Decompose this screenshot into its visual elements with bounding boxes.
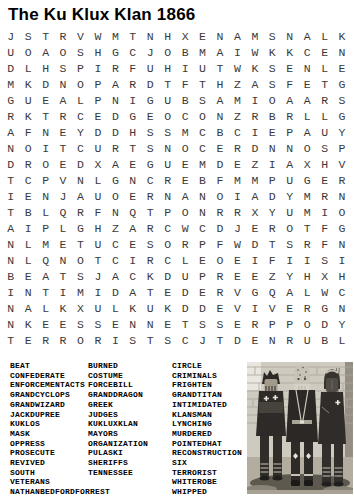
grid-cell: I (264, 157, 281, 173)
grid-cell: M (298, 189, 315, 205)
grid-cell: O (159, 45, 176, 61)
grid-cell: P (281, 317, 298, 333)
grid-cell: L (316, 29, 333, 45)
grid-cell: A (281, 157, 298, 173)
grid-cell: S (316, 141, 333, 157)
grid-cell: N (264, 141, 281, 157)
grid-cell: P (159, 205, 176, 221)
grid-cell: A (37, 45, 54, 61)
grid-cell: N (159, 189, 176, 205)
grid-cell: L (54, 221, 71, 237)
grid-cell: P (89, 77, 106, 93)
word-list-item: SIX (172, 458, 242, 468)
word-list-item: MAYORS (88, 429, 148, 439)
grid-cell: E (89, 109, 106, 125)
grid-cell: T (142, 205, 159, 221)
grid-cell: A (281, 285, 298, 301)
grid-cell: S (159, 125, 176, 141)
grid-cell: D (194, 301, 211, 317)
grid-cell: G (333, 109, 350, 125)
grid-cell: E (316, 173, 333, 189)
grid-cell: M (194, 157, 211, 173)
grid-cell: Z (246, 157, 263, 173)
grid-cell: T (72, 237, 89, 253)
grid-cell: Z (229, 77, 246, 93)
grid-cell: T (176, 317, 193, 333)
grid-cell: D (2, 61, 19, 77)
grid-cell: F (211, 173, 228, 189)
grid-cell: E (229, 269, 246, 285)
grid-cell: M (37, 237, 54, 253)
worksheet-page: The Ku Klux Klan 1866 JSTRVWMTNHXENAMSNA… (0, 0, 354, 500)
grid-cell: O (211, 253, 228, 269)
grid-cell: M (194, 45, 211, 61)
grid-cell: D (264, 189, 281, 205)
grid-cell: C (194, 125, 211, 141)
grid-cell: E (246, 333, 263, 349)
grid-cell: B (2, 269, 19, 285)
grid-cell: T (124, 141, 141, 157)
grid-cell: P (194, 237, 211, 253)
grid-cell: D (159, 269, 176, 285)
word-list-item: RECONSTRUCTION (172, 448, 242, 458)
grid-cell: N (2, 301, 19, 317)
grid-cell: Y (333, 125, 350, 141)
grid-cell: O (107, 189, 124, 205)
grid-cell: S (124, 333, 141, 349)
grid-cell: B (176, 93, 193, 109)
word-list-item: COSTUME (88, 371, 148, 381)
grid-cell: S (89, 317, 106, 333)
grid-cell: O (54, 45, 71, 61)
grid-cell: R (246, 109, 263, 125)
grid-cell: H (298, 269, 315, 285)
grid-cell: U (159, 157, 176, 173)
word-list-item: FORCEBILL (88, 380, 148, 390)
grid-cell: C (229, 125, 246, 141)
grid-cell: H (124, 125, 141, 141)
grid-cell: N (72, 173, 89, 189)
grid-cell: K (124, 301, 141, 317)
grid-cell: O (264, 93, 281, 109)
grid-cell: S (316, 253, 333, 269)
grid-cell: N (159, 141, 176, 157)
grid-cell: Z (107, 221, 124, 237)
grid-cell: K (19, 109, 36, 125)
grid-cell: M (176, 125, 193, 141)
grid-cell: W (229, 61, 246, 77)
grid-cell: I (54, 285, 71, 301)
grid-cell: K (19, 317, 36, 333)
grid-cell: E (19, 189, 36, 205)
grid-cell: N (54, 253, 71, 269)
grid-cell: U (194, 61, 211, 77)
grid-cell: M (246, 29, 263, 45)
grid-cell: U (19, 93, 36, 109)
grid-cell: C (159, 221, 176, 237)
grid-cell: B (316, 333, 333, 349)
grid-cell: A (211, 93, 228, 109)
word-list-item: PULASKI (88, 448, 148, 458)
grid-cell: L (37, 205, 54, 221)
grid-cell: F (281, 77, 298, 93)
grid-cell: N (194, 205, 211, 221)
grid-cell: E (54, 157, 71, 173)
grid-cell: I (37, 141, 54, 157)
grid-cell: N (194, 189, 211, 205)
klansmen-illustration (247, 362, 353, 494)
grid-cell: S (142, 141, 159, 157)
grid-cell: T (2, 333, 19, 349)
grid-cell: A (176, 189, 193, 205)
grid-cell: R (333, 173, 350, 189)
word-list-item: CRIMINALS (172, 371, 242, 381)
grid-cell: U (316, 125, 333, 141)
grid-cell: G (107, 45, 124, 61)
word-list-item: MURDERED (172, 429, 242, 439)
grid-cell: M (72, 285, 89, 301)
grid-cell: N (333, 237, 350, 253)
grid-cell: O (333, 205, 350, 221)
grid-cell: T (298, 221, 315, 237)
grid-cell: E (333, 61, 350, 77)
grid-cell: D (211, 221, 228, 237)
grid-cell: E (176, 173, 193, 189)
grid-cell: T (142, 333, 159, 349)
grid-cell: T (142, 285, 159, 301)
grid-cell: R (2, 109, 19, 125)
grid-cell: L (72, 93, 89, 109)
grid-cell: U (159, 93, 176, 109)
word-list-item: JUDGES (88, 410, 148, 420)
grid-cell: N (211, 29, 228, 45)
grid-cell: T (2, 173, 19, 189)
grid-cell: S (159, 333, 176, 349)
grid-cell: R (54, 29, 71, 45)
grid-cell: O (37, 157, 54, 173)
grid-cell: A (107, 77, 124, 93)
grid-cell: Z (264, 269, 281, 285)
grid-cell: G (246, 285, 263, 301)
grid-cell: F (211, 237, 228, 253)
grid-cell: G (333, 221, 350, 237)
grid-cell: P (194, 269, 211, 285)
grid-cell: F (124, 61, 141, 77)
grid-cell: R (19, 157, 36, 173)
grid-cell: C (142, 173, 159, 189)
grid-cell: B (176, 45, 193, 61)
grid-cell: V (229, 301, 246, 317)
grid-cell: W (89, 29, 106, 45)
grid-cell: N (333, 301, 350, 317)
grid-cell: O (176, 141, 193, 157)
word-list-item: LYNCHING (172, 419, 242, 429)
grid-cell: L (19, 253, 36, 269)
grid-cell: K (142, 269, 159, 285)
grid-cell: A (124, 285, 141, 301)
grid-cell: N (2, 253, 19, 269)
word-list-item: FRIGHTEN (172, 380, 242, 390)
grid-cell: S (264, 77, 281, 93)
grid-cell: A (229, 29, 246, 45)
grid-cell: R (142, 253, 159, 269)
grid-cell: M (107, 29, 124, 45)
grid-cell: E (229, 317, 246, 333)
grid-cell: A (2, 221, 19, 237)
grid-cell: M (246, 173, 263, 189)
grid-cell: R (89, 333, 106, 349)
grid-cell: W (229, 237, 246, 253)
grid-cell: N (124, 173, 141, 189)
grid-cell: F (264, 253, 281, 269)
grid-cell: T (264, 237, 281, 253)
grid-cell: O (194, 109, 211, 125)
grid-cell: E (281, 301, 298, 317)
grid-cell: P (37, 221, 54, 237)
word-list-item: POINTEDHAT (172, 439, 242, 449)
grid-cell: A (298, 93, 315, 109)
grid-cell: K (19, 77, 36, 93)
grid-cell: E (176, 157, 193, 173)
grid-cell: X (176, 29, 193, 45)
grid-cell: R (316, 189, 333, 205)
grid-cell: Y (72, 125, 89, 141)
grid-cell: R (142, 189, 159, 205)
grid-cell: G (107, 173, 124, 189)
grid-cell: L (176, 253, 193, 269)
grid-cell: E (298, 77, 315, 93)
grid-cell: N (37, 189, 54, 205)
grid-cell: D (89, 125, 106, 141)
grid-cell: V (333, 157, 350, 173)
grid-cell: A (298, 29, 315, 45)
word-list-column-2: BURNEDCOSTUMEFORCEBILLGRANDDRAGONGREEKJU… (88, 361, 148, 477)
grid-cell: L (333, 333, 350, 349)
grid-cell: U (89, 301, 106, 317)
grid-cell: U (89, 141, 106, 157)
grid-cell: S (72, 269, 89, 285)
grid-cell: N (142, 29, 159, 45)
grid-cell: W (316, 285, 333, 301)
grid-cell: N (19, 285, 36, 301)
grid-cell: P (264, 173, 281, 189)
grid-cell: O (19, 45, 36, 61)
grid-cell: E (229, 157, 246, 173)
grid-cell: H (89, 221, 106, 237)
grid-cell: C (194, 141, 211, 157)
grid-cell: X (316, 269, 333, 285)
grid-cell: M (2, 77, 19, 93)
word-list-column-3: CIRCLECRIMINALSFRIGHTENGRANDTITANINTIMID… (172, 361, 242, 497)
grid-cell: A (37, 269, 54, 285)
grid-cell: D (2, 157, 19, 173)
grid-cell: R (281, 109, 298, 125)
grid-cell: P (281, 125, 298, 141)
grid-cell: S (72, 317, 89, 333)
grid-cell: S (54, 61, 71, 77)
grid-cell: D (246, 237, 263, 253)
grid-cell: A (72, 189, 89, 205)
grid-cell: N (298, 61, 315, 77)
grid-cell: S (194, 317, 211, 333)
grid-cell: E (211, 141, 228, 157)
grid-cell: O (298, 141, 315, 157)
grid-cell: E (194, 285, 211, 301)
grid-cell: K (281, 45, 298, 61)
grid-cell: R (211, 205, 228, 221)
grid-cell: F (316, 237, 333, 253)
grid-cell: I (19, 221, 36, 237)
grid-cell: L (298, 285, 315, 301)
grid-cell: R (211, 269, 228, 285)
grid-cell: H (316, 157, 333, 173)
grid-cell: R (159, 173, 176, 189)
grid-cell: C (333, 285, 350, 301)
grid-cell: E (142, 109, 159, 125)
grid-cell: K (159, 301, 176, 317)
grid-cell: S (333, 93, 350, 109)
grid-cell: E (124, 189, 141, 205)
grid-cell: N (333, 189, 350, 205)
grid-cell: S (211, 317, 228, 333)
grid-cell: B (194, 173, 211, 189)
grid-cell: E (281, 61, 298, 77)
word-list-item: VETERANS (10, 477, 110, 487)
grid-cell: E (107, 317, 124, 333)
grid-cell: V (264, 301, 281, 317)
word-list-item: CIRCLE (172, 361, 242, 371)
grid-cell: R (54, 109, 71, 125)
grid-cell: E (54, 125, 71, 141)
grid-cell: N (124, 317, 141, 333)
grid-cell: I (89, 285, 106, 301)
grid-cell: I (89, 61, 106, 77)
grid-cell: H (159, 61, 176, 77)
grid-cell: E (19, 269, 36, 285)
grid-cell: A (298, 125, 315, 141)
grid-cell: E (37, 317, 54, 333)
grid-cell: J (194, 333, 211, 349)
grid-cell: P (37, 173, 54, 189)
grid-cell: R (298, 237, 315, 253)
grid-cell: I (229, 189, 246, 205)
grid-cell: T (316, 77, 333, 93)
grid-cell: E (194, 29, 211, 45)
grid-cell: Y (333, 317, 350, 333)
grid-cell: G (333, 77, 350, 93)
grid-cell: K (54, 301, 71, 317)
grid-cell: T (2, 205, 19, 221)
grid-cell: N (211, 109, 228, 125)
grid-cell: U (281, 173, 298, 189)
word-list-item: INTIMIDATED (172, 400, 242, 410)
grid-cell: D (246, 141, 263, 157)
grid-cell: O (211, 189, 228, 205)
grid-cell: V (72, 29, 89, 45)
grid-cell: N (107, 93, 124, 109)
grid-cell: T (89, 253, 106, 269)
grid-cell: E (159, 285, 176, 301)
grid-cell: D (142, 77, 159, 93)
grid-cell: J (89, 269, 106, 285)
grid-cell: E (54, 317, 71, 333)
grid-cell: H (37, 61, 54, 77)
grid-cell: D (229, 333, 246, 349)
grid-cell: R (298, 301, 315, 317)
grid-cell: L (19, 237, 36, 253)
grid-cell: I (316, 205, 333, 221)
grid-cell: Q (124, 205, 141, 221)
grid-cell: R (37, 333, 54, 349)
grid-cell: N (281, 29, 298, 45)
grid-cell: L (19, 61, 36, 77)
grid-cell: O (72, 333, 89, 349)
grid-cell: E (229, 253, 246, 269)
grid-cell: G (124, 109, 141, 125)
grid-cell: C (176, 333, 193, 349)
grid-cell: C (124, 269, 141, 285)
grid-cell: G (298, 173, 315, 189)
grid-cell: Y (281, 189, 298, 205)
grid-cell: E (194, 253, 211, 269)
grid-cell: T (37, 109, 54, 125)
grid-cell: A (124, 221, 141, 237)
grid-cell: O (19, 141, 36, 157)
grid-cell: N (142, 317, 159, 333)
grid-cell: O (281, 221, 298, 237)
grid-cell: E (124, 237, 141, 253)
grid-cell: V (229, 285, 246, 301)
grid-cell: I (298, 253, 315, 269)
grid-cell: C (107, 237, 124, 253)
grid-cell: T (54, 141, 71, 157)
grid-cell: S (264, 61, 281, 77)
grid-cell: L (316, 61, 333, 77)
grid-cell: D (107, 285, 124, 301)
grid-cell: I (246, 93, 263, 109)
grid-cell: D (72, 157, 89, 173)
grid-cell: F (316, 221, 333, 237)
grid-cell: X (89, 157, 106, 173)
grid-cell: J (229, 221, 246, 237)
grid-cell: I (124, 93, 141, 109)
grid-cell: R (124, 77, 141, 93)
grid-cell: A (246, 77, 263, 93)
grid-cell: K (264, 45, 281, 61)
grid-cell: C (72, 109, 89, 125)
grid-cell: Y (281, 269, 298, 285)
grid-cell: S (19, 29, 36, 45)
grid-cell: T (194, 77, 211, 93)
grid-cell: G (72, 221, 89, 237)
word-search-grid: JSTRVWMTNHXENAMSNALKUOAOSHGCJOBMAIWKKCEN… (2, 29, 351, 349)
grid-cell: I (333, 253, 350, 269)
word-list-item: BURNED (88, 361, 148, 371)
grid-cell: N (54, 77, 71, 93)
grid-cell: B (211, 125, 228, 141)
grid-cell: R (229, 141, 246, 157)
grid-cell: O (72, 253, 89, 269)
grid-cell: O (298, 317, 315, 333)
grid-cell: X (298, 157, 315, 173)
word-list-item: TERRORIST (172, 468, 242, 478)
grid-cell: U (89, 189, 106, 205)
grid-cell: B (264, 109, 281, 125)
grid-cell: H (159, 29, 176, 45)
grid-cell: W (246, 45, 263, 61)
grid-cell: D (211, 157, 228, 173)
grid-cell: S (194, 93, 211, 109)
